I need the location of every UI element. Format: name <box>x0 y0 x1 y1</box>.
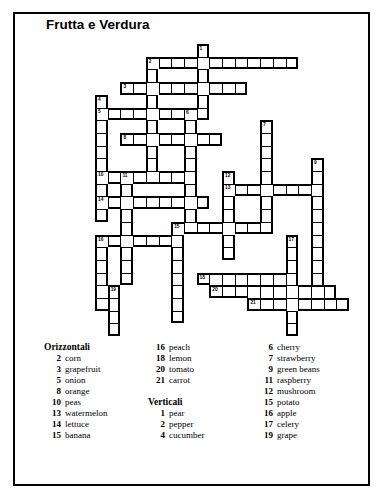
clue-item: 19grape <box>256 430 320 441</box>
grid-cell[interactable] <box>108 196 122 209</box>
grid-cell[interactable] <box>222 247 235 260</box>
clue-column: 6cherry7strawberry9green beans11raspberr… <box>256 342 320 441</box>
clue-item: 15potato <box>256 397 320 408</box>
grid-cell[interactable] <box>184 171 197 185</box>
clue-item: 17celery <box>256 419 320 430</box>
grid-cell[interactable] <box>235 184 249 197</box>
clue-number: 19 <box>111 287 116 292</box>
grid-cell[interactable] <box>184 120 197 134</box>
grid-cell[interactable]: 1 <box>197 44 210 58</box>
grid-cell[interactable] <box>184 184 197 198</box>
clue-item-number: 15 <box>256 397 273 408</box>
clue-item: 14lettuce <box>44 419 107 430</box>
clue-item-number: 2 <box>148 419 165 430</box>
grid-cell[interactable] <box>108 323 121 336</box>
clue-item-number: 3 <box>44 364 61 375</box>
grid-cell[interactable] <box>235 273 249 287</box>
grid-cell[interactable] <box>209 222 223 235</box>
grid-cell[interactable] <box>273 57 287 70</box>
clue-item: 1pear <box>148 408 204 419</box>
grid-cell[interactable] <box>273 184 287 197</box>
grid-cell[interactable] <box>209 57 223 70</box>
grid-cell[interactable] <box>184 158 197 172</box>
clue-item-text: tomato <box>165 364 194 374</box>
grid-cell[interactable]: 20 <box>209 285 223 298</box>
clue-item-number: 6 <box>256 342 273 353</box>
grid-cell[interactable]: 8 <box>120 133 134 146</box>
clue-item-text: potato <box>273 397 300 407</box>
clue-item-number: 20 <box>148 364 165 375</box>
clue-item-number: 9 <box>256 364 273 375</box>
grid-cell[interactable] <box>120 196 134 210</box>
grid-cell[interactable] <box>146 120 159 134</box>
grid-cell[interactable] <box>273 298 287 311</box>
grid-cell[interactable] <box>286 298 300 312</box>
grid-cell[interactable]: 6 <box>184 108 198 122</box>
grid-cell[interactable] <box>286 57 299 70</box>
clue-item: 5onion <box>44 375 107 386</box>
clue-item-text: orange <box>61 386 90 396</box>
grid-cell[interactable] <box>260 57 274 70</box>
clue-item-number: 21 <box>148 375 165 386</box>
clue-item-number: 17 <box>256 419 273 430</box>
clue-item-number: 13 <box>44 408 61 419</box>
grid-cell[interactable] <box>171 196 185 209</box>
clue-item: 21carrot <box>148 375 204 386</box>
grid-cell[interactable]: 17 <box>286 235 299 249</box>
grid-cell[interactable] <box>286 285 300 299</box>
grid-cell[interactable] <box>159 108 173 121</box>
grid-cell[interactable] <box>260 196 273 210</box>
grid-cell[interactable] <box>133 171 147 184</box>
grid-cell[interactable] <box>222 57 236 70</box>
clue-item-text: lemon <box>165 353 192 363</box>
grid-cell[interactable] <box>336 298 349 311</box>
grid-cell[interactable] <box>171 260 184 274</box>
grid-cell[interactable] <box>133 235 147 248</box>
clue-item-text: strawberry <box>273 353 315 363</box>
grid-cell[interactable] <box>159 133 173 146</box>
clue-number: 5 <box>98 109 101 114</box>
grid-cell[interactable] <box>247 222 261 235</box>
grid-cell[interactable] <box>95 209 108 222</box>
clue-item-number: 12 <box>256 386 273 397</box>
crossword-grid: 123456789101112131415161718192021 <box>95 44 351 338</box>
clue-number: 2 <box>149 59 152 64</box>
clue-item-text: green beans <box>273 364 320 374</box>
grid-cell[interactable] <box>146 82 160 96</box>
clue-item-number: 8 <box>44 386 61 397</box>
grid-cell[interactable] <box>247 57 261 70</box>
clue-number: 9 <box>314 160 317 165</box>
clue-item-number: 18 <box>148 353 165 364</box>
grid-cell[interactable]: 21 <box>247 298 261 311</box>
clue-item: 8orange <box>44 386 107 397</box>
clue-item-text: pear <box>165 408 185 418</box>
grid-cell[interactable] <box>146 95 159 109</box>
grid-cell[interactable] <box>209 273 223 287</box>
clue-item: 20tomato <box>148 364 204 375</box>
clue-section-header: Orizzontali <box>44 342 107 353</box>
clue-item-text: celery <box>273 419 299 429</box>
grid-cell[interactable] <box>260 146 273 160</box>
grid-cell[interactable]: 13 <box>222 184 236 198</box>
clue-item: 11raspberry <box>256 375 320 386</box>
grid-cell[interactable] <box>209 82 223 95</box>
grid-cell[interactable] <box>120 260 133 274</box>
grid-cell[interactable] <box>222 82 236 95</box>
clue-item: 4cucumber <box>148 430 204 441</box>
grid-cell[interactable] <box>311 235 324 249</box>
grid-cell[interactable] <box>286 184 300 197</box>
grid-cell[interactable] <box>197 57 211 71</box>
clue-number: 20 <box>212 287 217 292</box>
grid-cell[interactable] <box>235 82 248 95</box>
clue-item: 15banana <box>44 430 107 441</box>
grid-cell[interactable] <box>286 323 299 336</box>
grid-cell[interactable]: 2 <box>146 57 160 71</box>
grid-cell[interactable] <box>260 285 274 299</box>
grid-cell[interactable] <box>260 273 274 287</box>
grid-cell[interactable] <box>184 146 197 160</box>
clue-item: 16apple <box>256 408 320 419</box>
grid-cell[interactable] <box>311 298 325 311</box>
clue-number: 15 <box>174 224 179 229</box>
grid-cell[interactable] <box>108 171 122 184</box>
grid-cell[interactable] <box>95 120 108 134</box>
grid-cell[interactable] <box>120 108 134 121</box>
grid-cell[interactable] <box>159 171 173 184</box>
grid-cell[interactable]: 11 <box>120 171 134 185</box>
clue-item: 9green beans <box>256 364 320 375</box>
grid-cell[interactable] <box>260 184 274 198</box>
clue-number: 8 <box>123 135 126 140</box>
clue-item-text: raspberry <box>273 375 311 385</box>
grid-cell[interactable] <box>95 247 108 261</box>
grid-cell[interactable]: 7 <box>260 120 273 134</box>
grid-cell[interactable] <box>133 108 147 121</box>
grid-cell[interactable] <box>95 146 108 160</box>
clue-number: 4 <box>98 97 101 102</box>
grid-cell[interactable] <box>273 273 287 287</box>
clue-number: 13 <box>225 185 230 190</box>
grid-cell[interactable] <box>184 196 198 210</box>
clue-item-text: carrot <box>165 375 190 385</box>
grid-cell[interactable] <box>171 311 184 324</box>
clue-item-text: pepper <box>165 419 194 429</box>
grid-cell[interactable] <box>260 158 273 172</box>
spacer <box>148 386 204 397</box>
grid-cell[interactable]: 9 <box>311 158 324 172</box>
grid-cell[interactable] <box>159 57 173 70</box>
clue-item: 6cherry <box>256 342 320 353</box>
clue-number: 11 <box>122 173 127 178</box>
grid-cell[interactable] <box>260 222 273 235</box>
clue-item: 7strawberry <box>256 353 320 364</box>
grid-cell[interactable]: 19 <box>108 285 121 299</box>
grid-cell[interactable]: 15 <box>171 222 185 236</box>
clue-number: 10 <box>98 172 103 177</box>
grid-cell[interactable]: 12 <box>222 171 235 185</box>
clue-item: 2pepper <box>148 419 204 430</box>
clue-item-number: 10 <box>44 397 61 408</box>
grid-cell[interactable] <box>146 235 160 248</box>
grid-cell[interactable] <box>184 133 198 147</box>
grid-cell[interactable] <box>120 273 133 286</box>
grid-cell[interactable] <box>95 273 108 287</box>
grid-cell[interactable] <box>311 260 324 274</box>
grid-cell[interactable] <box>146 108 160 122</box>
grid-cell[interactable] <box>120 209 133 223</box>
clue-item-text: apple <box>273 408 297 418</box>
grid-cell[interactable] <box>184 209 197 223</box>
grid-cell[interactable]: 3 <box>120 82 134 95</box>
grid-cell[interactable] <box>171 133 185 146</box>
grid-cell[interactable] <box>184 82 198 95</box>
grid-cell[interactable] <box>120 184 133 198</box>
clue-item-text: grapefruit <box>61 364 100 374</box>
grid-cell[interactable] <box>260 133 273 147</box>
grid-cell[interactable] <box>133 133 147 146</box>
clue-item-number: 11 <box>256 375 273 386</box>
grid-cell[interactable] <box>95 184 108 198</box>
grid-cell[interactable] <box>247 184 261 197</box>
grid-cell[interactable] <box>311 209 324 223</box>
grid-cell[interactable] <box>235 57 249 70</box>
grid-cell[interactable] <box>311 247 324 261</box>
grid-cell[interactable] <box>120 247 133 261</box>
grid-cell[interactable] <box>159 82 173 95</box>
grid-cell[interactable] <box>197 95 210 109</box>
grid-cell[interactable] <box>311 184 324 198</box>
grid-cell[interactable] <box>197 82 211 96</box>
grid-cell[interactable] <box>95 260 108 274</box>
grid-cell[interactable] <box>146 146 159 160</box>
grid-cell[interactable] <box>184 222 198 235</box>
clue-item: 2corn <box>44 353 107 364</box>
clue-number: 17 <box>289 237 294 242</box>
grid-cell[interactable] <box>133 82 147 95</box>
grid-cell[interactable] <box>146 69 159 83</box>
grid-cell[interactable] <box>184 57 198 70</box>
clue-item-text: corn <box>61 353 81 363</box>
grid-cell[interactable] <box>120 222 133 236</box>
grid-cell[interactable] <box>286 311 299 325</box>
clue-item-text: mushroom <box>273 386 316 396</box>
clue-item-text: peach <box>165 342 190 352</box>
clue-section-header: Verticali <box>148 397 204 408</box>
grid-cell[interactable] <box>311 222 324 236</box>
grid-cell[interactable] <box>197 133 211 146</box>
grid-cell[interactable]: 18 <box>197 273 211 286</box>
grid-cell[interactable] <box>171 285 184 299</box>
clue-item-text: onion <box>61 375 86 385</box>
grid-cell[interactable]: 4 <box>95 95 108 109</box>
grid-cell[interactable] <box>146 171 160 184</box>
grid-cell[interactable] <box>286 247 299 261</box>
grid-cell[interactable] <box>260 171 273 185</box>
grid-cell[interactable] <box>324 298 338 311</box>
clue-item-number: 15 <box>44 430 61 441</box>
grid-cell[interactable] <box>95 298 109 311</box>
clue-item-number: 2 <box>44 353 61 364</box>
grid-cell[interactable] <box>235 285 249 298</box>
grid-cell[interactable] <box>95 285 109 299</box>
grid-cell[interactable] <box>311 273 324 287</box>
clue-number: 1 <box>200 46 203 51</box>
grid-cell[interactable]: 10 <box>95 171 109 185</box>
grid-cell[interactable] <box>222 196 235 210</box>
grid-cell[interactable] <box>171 171 185 184</box>
worksheet-page: Frutta e Verdura 12345678910111213141516… <box>0 0 386 500</box>
grid-cell[interactable] <box>222 273 236 287</box>
grid-cell[interactable] <box>324 285 337 299</box>
grid-cell[interactable] <box>171 82 185 95</box>
grid-cell[interactable] <box>197 108 210 121</box>
clue-item-number: 16 <box>148 342 165 353</box>
clue-item: 3grapefruit <box>44 364 107 375</box>
grid-cell[interactable] <box>286 273 299 287</box>
clue-number: 21 <box>250 300 255 305</box>
grid-cell[interactable] <box>146 158 159 172</box>
grid-cell[interactable] <box>197 196 210 209</box>
grid-cell[interactable] <box>286 260 299 274</box>
grid-cell[interactable] <box>171 273 184 287</box>
clue-item-text: cherry <box>273 342 300 352</box>
grid-cell[interactable] <box>222 235 235 249</box>
grid-cell[interactable] <box>311 171 324 185</box>
grid-cell[interactable] <box>209 133 222 146</box>
grid-cell[interactable] <box>171 235 184 249</box>
grid-cell[interactable] <box>133 196 147 209</box>
grid-cell[interactable]: 5 <box>95 108 109 122</box>
grid-cell[interactable] <box>197 69 210 83</box>
clue-item: 12mushroom <box>256 386 320 397</box>
clue-item: 18lemon <box>148 353 204 364</box>
grid-cell[interactable]: 16 <box>95 235 109 249</box>
clue-item-number: 16 <box>256 408 273 419</box>
clue-number: 6 <box>186 110 189 115</box>
grid-cell[interactable] <box>298 298 312 311</box>
grid-cell[interactable] <box>159 196 173 209</box>
grid-cell[interactable] <box>171 57 185 70</box>
clue-item-number: 19 <box>256 430 273 441</box>
clue-number: 7 <box>263 122 266 127</box>
grid-cell[interactable] <box>146 196 160 209</box>
clue-item: 16peach <box>148 342 204 353</box>
grid-cell[interactable] <box>171 108 185 121</box>
grid-cell[interactable] <box>197 222 211 235</box>
grid-cell[interactable] <box>298 184 312 197</box>
grid-cell[interactable] <box>171 298 184 312</box>
clue-item-text: banana <box>61 430 90 440</box>
grid-cell[interactable] <box>260 209 273 223</box>
grid-cell[interactable]: 14 <box>95 196 109 210</box>
grid-cell[interactable] <box>108 235 122 248</box>
clue-number: 14 <box>98 197 103 202</box>
clue-item-number: 14 <box>44 419 61 430</box>
grid-cell[interactable] <box>273 285 287 299</box>
grid-cell[interactable] <box>222 285 236 298</box>
clue-item-text: lettuce <box>61 419 89 429</box>
grid-cell[interactable] <box>108 298 121 312</box>
grid-cell[interactable] <box>222 222 236 236</box>
clue-item: 13watermelon <box>44 408 107 419</box>
clue-item-number: 4 <box>148 430 165 441</box>
grid-cell[interactable] <box>247 285 261 299</box>
clue-number: 12 <box>225 173 230 178</box>
grid-cell[interactable] <box>159 235 173 248</box>
clue-item-number: 7 <box>256 353 273 364</box>
grid-cell[interactable] <box>235 222 249 235</box>
grid-cell[interactable] <box>95 133 108 147</box>
grid-cell[interactable] <box>247 273 261 287</box>
clue-item-number: 1 <box>148 408 165 419</box>
grid-cell[interactable] <box>311 196 324 210</box>
clue-item-text: peas <box>61 397 81 407</box>
clue-number: 18 <box>200 275 205 280</box>
clue-number: 3 <box>123 84 126 89</box>
grid-cell[interactable] <box>260 298 274 311</box>
grid-cell[interactable] <box>95 158 108 172</box>
grid-cell[interactable] <box>120 235 134 249</box>
grid-cell[interactable] <box>146 133 160 147</box>
clue-column: 16peach18lemon20tomato21carrotVerticali1… <box>148 342 204 441</box>
clue-item-text: watermelon <box>61 408 107 418</box>
grid-cell[interactable] <box>298 285 312 299</box>
page-title: Frutta e Verdura <box>46 17 150 32</box>
grid-cell[interactable] <box>108 311 121 325</box>
grid-cell[interactable] <box>108 108 122 121</box>
grid-cell[interactable] <box>311 285 325 299</box>
grid-cell[interactable] <box>171 247 184 261</box>
clue-item-text: grape <box>273 430 297 440</box>
grid-cell[interactable] <box>222 209 235 223</box>
clue-number: 16 <box>98 237 103 242</box>
clue-column: Orizzontali2corn3grapefruit5onion8orange… <box>44 342 107 441</box>
clue-item-number: 5 <box>44 375 61 386</box>
clue-item-text: cucumber <box>165 430 204 440</box>
clue-item: 10peas <box>44 397 107 408</box>
